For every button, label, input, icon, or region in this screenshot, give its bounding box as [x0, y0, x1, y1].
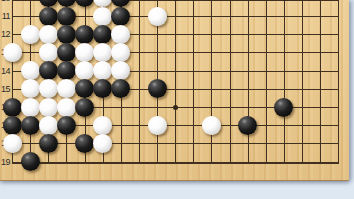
stone-black[interactable] [39, 134, 58, 153]
stone-black[interactable] [39, 61, 58, 80]
stone-black[interactable] [75, 79, 94, 98]
stone-white[interactable] [39, 25, 58, 44]
stone-white[interactable] [39, 43, 58, 62]
stone-white[interactable] [75, 61, 94, 80]
stone-black[interactable] [75, 25, 94, 44]
grid-line-vertical [175, 0, 176, 164]
grid-line-vertical [284, 0, 285, 164]
stone-black[interactable] [75, 98, 94, 117]
stone-black[interactable] [274, 98, 293, 117]
grid-line-vertical [302, 0, 303, 164]
stone-white[interactable] [57, 79, 76, 98]
stone-white[interactable] [93, 7, 112, 26]
grid-line-horizontal [12, 162, 340, 164]
stone-white[interactable] [93, 43, 112, 62]
row-label: 19 [0, 157, 10, 167]
stone-black[interactable] [57, 43, 76, 62]
star-point [173, 105, 178, 110]
stone-white[interactable] [111, 25, 130, 44]
stone-white[interactable] [21, 79, 40, 98]
grid-line-vertical [248, 0, 249, 164]
stone-black[interactable] [57, 25, 76, 44]
stone-white[interactable] [3, 43, 22, 62]
stone-white[interactable] [93, 61, 112, 80]
stone-white[interactable] [202, 116, 221, 135]
row-label: 12 [0, 29, 10, 39]
grid-line-vertical [266, 0, 267, 164]
stone-white[interactable] [75, 43, 94, 62]
grid-line-vertical [211, 0, 212, 164]
stone-white[interactable] [111, 43, 130, 62]
stone-white[interactable] [111, 61, 130, 80]
stone-white[interactable] [21, 25, 40, 44]
stone-white[interactable] [39, 116, 58, 135]
stone-black[interactable] [57, 116, 76, 135]
stone-white[interactable] [21, 98, 40, 117]
stone-black[interactable] [57, 61, 76, 80]
stone-white[interactable] [39, 79, 58, 98]
stone-black[interactable] [93, 25, 112, 44]
stone-black[interactable] [21, 152, 40, 171]
row-label: 11 [0, 11, 10, 21]
stone-white[interactable] [93, 116, 112, 135]
stone-white[interactable] [57, 98, 76, 117]
grid-line-vertical [139, 0, 140, 164]
stone-black[interactable] [111, 79, 130, 98]
grid-line-vertical [193, 0, 194, 164]
stone-white[interactable] [3, 134, 22, 153]
grid-line-vertical [320, 0, 321, 164]
stone-black[interactable] [57, 7, 76, 26]
stone-black[interactable] [39, 7, 58, 26]
stone-black[interactable] [75, 0, 94, 7]
grid-line-horizontal [12, 143, 340, 144]
grid-line-vertical [230, 0, 231, 164]
row-label: 15 [0, 84, 10, 94]
app-background: 10111213141516171819 [0, 0, 354, 199]
stone-black[interactable] [148, 79, 167, 98]
stone-black[interactable] [21, 116, 40, 135]
stone-black[interactable] [111, 7, 130, 26]
stone-white[interactable] [148, 116, 167, 135]
stone-black[interactable] [3, 98, 22, 117]
grid-line-vertical [338, 0, 339, 164]
stone-black[interactable] [238, 116, 257, 135]
stone-black[interactable] [3, 116, 22, 135]
stone-white[interactable] [39, 98, 58, 117]
stone-white[interactable] [148, 7, 167, 26]
stone-white[interactable] [21, 61, 40, 80]
row-label: 14 [0, 66, 10, 76]
stone-black[interactable] [93, 79, 112, 98]
go-board[interactable]: 10111213141516171819 [0, 0, 349, 181]
row-label: 10 [0, 0, 10, 3]
stone-white[interactable] [93, 134, 112, 153]
stone-black[interactable] [75, 134, 94, 153]
